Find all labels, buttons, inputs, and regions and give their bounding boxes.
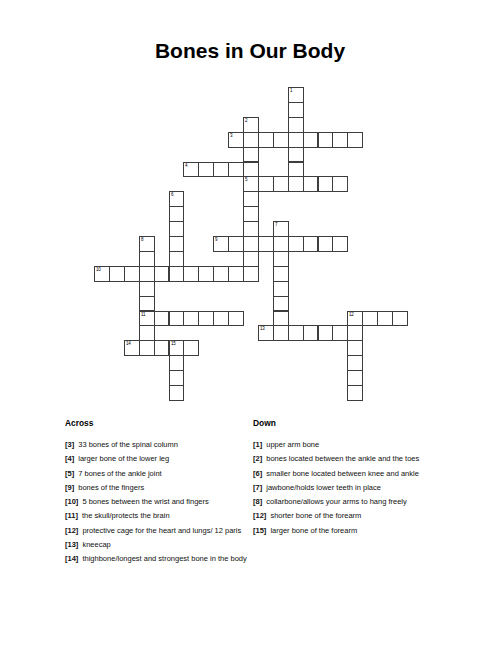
down-header: Down [253,419,423,428]
grid-cell [169,385,185,401]
clue-item: [4] larger bone of the lower leg [65,454,252,464]
clue-number: [13] [65,540,78,549]
cell-number: 8 [141,237,143,242]
clue-item: [8] collarbone/allows your arms to hang … [253,497,423,507]
grid-cell [124,266,140,282]
grid-cell [243,266,259,282]
grid-cell [258,236,274,252]
grid-cell [169,221,185,237]
clue-text: smaller bone located between knee and an… [264,469,419,478]
grid-cell [139,296,155,312]
grid-cell [288,176,304,192]
grid-cell [303,132,319,148]
cell-number: 2 [245,118,247,123]
clue-text: collarbone/allows your arms to hang free… [264,497,407,506]
grid-cell [213,266,229,282]
grid-cell [243,132,259,148]
clue-text: 33 bones of the spinal column [76,440,178,449]
grid-cell: 11 [139,311,155,327]
grid-cell [139,340,155,356]
down-clues-section: Down [1] upper arm bone[2] bones located… [253,419,423,540]
cell-number: 4 [185,163,187,168]
grid-cell [288,132,304,148]
clue-number: [14] [65,554,78,563]
grid-cell [169,311,185,327]
clue-item: [7] jawbone/holds lower teeth in place [253,483,423,493]
clue-number: [15] [253,526,266,535]
cell-number: 13 [260,326,265,331]
grid-cell [154,340,170,356]
clue-number: [5] [65,469,74,478]
cell-number: 5 [245,177,247,182]
grid-cell [273,311,289,327]
cell-number: 14 [126,341,131,346]
grid-cell [273,251,289,267]
grid-cell [243,162,259,178]
grid-cell [213,162,229,178]
grid-cell [318,176,334,192]
grid-cell [154,311,170,327]
clue-text: thighbone/longest and strongest bone in … [80,554,246,563]
clue-text: bones of the fingers [76,483,144,492]
grid-cell [288,236,304,252]
crossword-board: 123456789101112131415 [94,87,408,401]
grid-cell [169,266,185,282]
grid-cell [169,370,185,386]
grid-cell [139,251,155,267]
grid-cell: 4 [183,162,199,178]
grid-cell [347,340,363,356]
grid-cell [392,311,408,327]
grid-cell [139,281,155,297]
grid-cell [273,281,289,297]
clue-text: kneecap [80,540,110,549]
grid-cell [109,266,125,282]
grid-cell [273,266,289,282]
grid-cell [169,206,185,222]
grid-cell [228,236,244,252]
grid-cell [198,311,214,327]
clue-item: [10] 5 bones between the wrist and finge… [65,497,252,507]
grid-cell [228,162,244,178]
grid-cell: 15 [169,340,185,356]
grid-cell [347,385,363,401]
grid-cell [154,266,170,282]
clue-item: [12] shorter bone of the forearm [253,511,423,521]
grid-cell [243,147,259,163]
grid-cell [243,191,259,207]
cell-number: 10 [96,267,101,272]
grid-cell: 5 [243,176,259,192]
cell-number: 1 [290,88,292,93]
grid-cell [318,236,334,252]
grid-cell [318,325,334,341]
clue-number: [8] [253,497,262,506]
grid-cell [318,132,334,148]
grid-cell [332,236,348,252]
grid-cell [183,340,199,356]
grid-cell: 2 [243,117,259,133]
clue-item: [1] upper arm bone [253,440,423,450]
clue-number: [9] [65,483,74,492]
down-clue-list: [1] upper arm bone[2] bones located betw… [253,440,423,536]
cell-number: 7 [275,222,277,227]
grid-cell [273,296,289,312]
grid-cell [169,355,185,371]
clue-item: [13] kneecap [65,540,252,550]
grid-cell [243,251,259,267]
clue-number: [11] [65,511,78,520]
grid-cell [332,325,348,341]
clue-item: [9] bones of the fingers [65,483,252,493]
grid-cell [332,132,348,148]
grid-cell [288,102,304,118]
grid-cell [273,176,289,192]
clue-text: larger bone of the lower leg [76,454,169,463]
grid-cell: 9 [213,236,229,252]
clue-number: [1] [253,440,262,449]
grid-cell [243,236,259,252]
grid-cell [303,325,319,341]
grid-cell: 8 [139,236,155,252]
grid-cell: 14 [124,340,140,356]
grid-cell [139,266,155,282]
clue-text: bones located between the ankle and the … [264,454,419,463]
grid-cell [347,132,363,148]
puzzle-title: Bones in Our Body [0,40,500,62]
clue-item: [3] 33 bones of the spinal column [65,440,252,450]
clue-text: 5 bones between the wrist and fingers [80,497,208,506]
clue-number: [10] [65,497,78,506]
clue-text: larger bone of the forearm [268,526,357,535]
clue-text: 7 bones of the ankle joint [76,469,161,478]
grid-cell [273,132,289,148]
grid-cell: 10 [94,266,110,282]
clue-number: [4] [65,454,74,463]
grid-cell [258,132,274,148]
grid-cell [243,221,259,237]
clue-item: [15] larger bone of the forearm [253,526,423,536]
grid-cell [303,236,319,252]
grid-cell [228,311,244,327]
clue-number: [6] [253,469,262,478]
grid-cell [228,266,244,282]
grid-cell [139,325,155,341]
grid-cell [198,162,214,178]
grid-cell [183,311,199,327]
clue-item: [2] bones located between the ankle and … [253,454,423,464]
grid-cell: 7 [273,221,289,237]
clue-item: [5] 7 bones of the ankle joint [65,469,252,479]
across-clue-list: [3] 33 bones of the spinal column[4] lar… [65,440,252,564]
clue-number: [12] [65,526,78,535]
clue-number: [7] [253,483,262,492]
grid-cell [347,325,363,341]
grid-cell [332,176,348,192]
grid-cell [169,236,185,252]
cell-number: 15 [171,341,176,346]
grid-cell [198,266,214,282]
grid-cell: 1 [288,87,304,103]
cell-number: 12 [349,312,354,317]
grid-cell: 12 [347,311,363,327]
cell-number: 6 [171,192,173,197]
grid-cell [362,311,378,327]
clue-number: [12] [253,511,266,520]
grid-cell [303,176,319,192]
grid-cell [347,370,363,386]
across-clues-section: Across [3] 33 bones of the spinal column… [65,419,252,569]
grid-cell [213,311,229,327]
clue-text: protective cage for the heart and lungs/… [80,526,241,535]
clue-text: jawbone/holds lower teeth in place [264,483,381,492]
grid-cell [288,162,304,178]
grid-cell [377,311,393,327]
clue-number: [3] [65,440,74,449]
clue-text: upper arm bone [264,440,319,449]
clue-text: shorter bone of the forearm [268,511,361,520]
clue-text: the skull/protects the brain [80,511,170,520]
cell-number: 3 [230,133,232,138]
grid-cell [258,176,274,192]
across-header: Across [65,419,252,428]
clue-item: [11] the skull/protects the brain [65,511,252,521]
grid-cell [273,325,289,341]
grid-cell [288,117,304,133]
cell-number: 11 [141,312,145,317]
clue-number: [2] [253,454,262,463]
grid-cell: 3 [228,132,244,148]
grid-cell: 6 [169,191,185,207]
cell-number: 9 [215,237,217,242]
grid-cell [169,251,185,267]
grid-cell [273,236,289,252]
grid-cell [288,325,304,341]
grid-cell [347,355,363,371]
clue-item: [12] protective cage for the heart and l… [65,526,252,536]
grid-cell [243,206,259,222]
clue-item: [6] smaller bone located between knee an… [253,469,423,479]
grid-cell [288,147,304,163]
grid-cell: 13 [258,325,274,341]
clue-item: [14] thighbone/longest and strongest bon… [65,554,252,564]
page: { "page": { "title": "Bones in Our Body"… [0,0,500,647]
grid-cell [183,266,199,282]
